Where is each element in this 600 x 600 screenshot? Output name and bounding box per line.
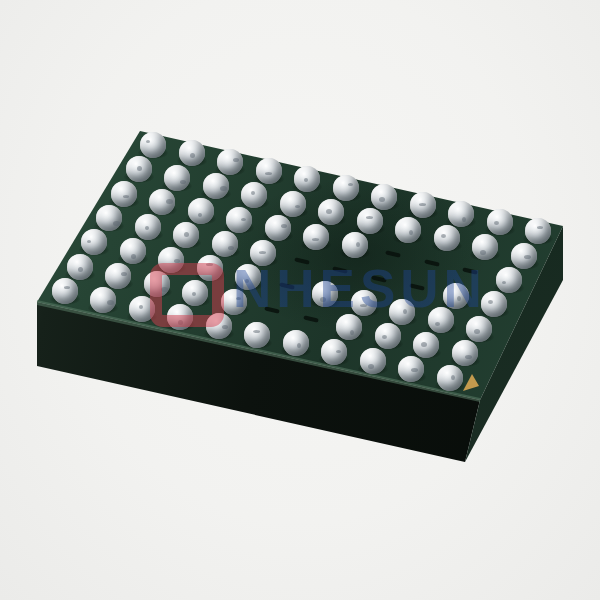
ball-texture-speck — [379, 197, 385, 202]
solder-ball — [221, 289, 247, 315]
solder-ball — [351, 290, 377, 316]
solder-ball — [129, 296, 155, 322]
solder-ball — [511, 243, 537, 269]
ball-texture-speck — [435, 322, 440, 326]
solder-ball — [182, 280, 208, 306]
ball-texture-speck — [320, 297, 326, 302]
solder-ball — [226, 207, 252, 233]
solder-ball — [333, 175, 359, 201]
ball-texture-speck — [139, 305, 143, 309]
ball-texture-speck — [360, 304, 367, 307]
solder-ball — [389, 299, 415, 325]
solder-ball — [375, 323, 401, 349]
ball-texture-speck — [222, 325, 228, 329]
solder-ball — [144, 271, 170, 297]
ball-texture-speck — [206, 263, 213, 266]
ball-texture-speck — [403, 309, 407, 314]
ball-texture-speck — [245, 279, 249, 283]
ball-texture-speck — [198, 213, 202, 217]
solder-ball — [428, 307, 454, 333]
photo-background: NHESUN — [0, 0, 600, 600]
ball-texture-speck — [253, 330, 260, 333]
solder-ball — [437, 365, 463, 391]
ball-texture-speck — [465, 355, 472, 359]
ball-texture-speck — [233, 158, 239, 162]
ball-texture-speck — [113, 221, 120, 226]
ball-texture-speck — [451, 375, 455, 380]
ball-texture-speck — [131, 254, 136, 259]
solder-ball — [164, 165, 190, 191]
solder-ball — [413, 332, 439, 358]
ball-texture-speck — [174, 259, 180, 263]
solder-ball — [212, 231, 238, 257]
solder-ball — [357, 208, 383, 234]
ball-texture-speck — [251, 191, 255, 195]
ball-texture-speck — [366, 216, 373, 219]
ball-texture-speck — [161, 287, 168, 292]
ball-texture-speck — [78, 267, 83, 272]
solder-ball — [179, 140, 205, 166]
solder-ball — [395, 217, 421, 243]
ball-texture-speck — [537, 226, 543, 229]
solder-ball — [250, 240, 276, 266]
solder-ball — [135, 214, 161, 240]
solder-ball — [188, 198, 214, 224]
solder-ball — [265, 215, 291, 241]
solder-ball — [360, 348, 386, 374]
ball-texture-speck — [480, 250, 486, 255]
solder-ball — [241, 182, 267, 208]
ball-texture-speck — [474, 329, 480, 334]
solder-ball — [67, 254, 93, 280]
ball-texture-speck — [524, 255, 531, 259]
solder-ball — [371, 184, 397, 210]
solder-ball — [140, 132, 166, 158]
solder-ball — [303, 224, 329, 250]
solder-ball — [126, 156, 152, 182]
ball-texture-speck — [190, 153, 195, 158]
ball-texture-speck — [123, 195, 129, 198]
solder-ball — [203, 173, 229, 199]
solder-ball — [434, 225, 460, 251]
ball-texture-speck — [107, 300, 114, 305]
ball-texture-speck — [336, 350, 341, 353]
ball-texture-speck — [241, 218, 246, 221]
ball-texture-speck — [228, 246, 234, 250]
ball-texture-speck — [178, 320, 183, 325]
ball-texture-speck — [348, 183, 353, 186]
solder-ball — [280, 191, 306, 217]
ball-texture-speck — [411, 368, 418, 372]
ball-texture-speck — [419, 203, 426, 206]
ball-texture-speck — [441, 234, 446, 238]
ball-texture-speck — [265, 172, 272, 175]
ball-texture-speck — [121, 272, 127, 276]
ball-texture-speck — [297, 343, 301, 348]
ball-texture-speck — [166, 199, 173, 204]
ball-texture-speck — [502, 281, 506, 284]
ball-texture-speck — [145, 226, 149, 230]
ball-texture-speck — [457, 296, 461, 301]
ball-texture-speck — [462, 217, 466, 222]
ball-texture-speck — [64, 286, 70, 289]
solder-ball — [244, 322, 270, 348]
ball-texture-speck — [494, 221, 499, 225]
ball-texture-speck — [326, 209, 332, 214]
solder-ball — [120, 238, 146, 264]
ball-texture-speck — [350, 330, 354, 335]
ball-texture-speck — [220, 186, 227, 191]
ball-texture-speck — [295, 205, 300, 208]
ball-texture-speck — [368, 364, 374, 369]
solder-ball — [105, 263, 131, 289]
ball-texture-speck — [259, 251, 266, 254]
solder-ball — [472, 234, 498, 260]
ball-texture-speck — [146, 140, 150, 143]
ball-texture-speck — [356, 242, 360, 247]
ball-texture-speck — [312, 238, 319, 241]
ball-texture-speck — [236, 297, 241, 300]
ball-texture-speck — [382, 335, 387, 339]
ball-texture-speck — [87, 240, 91, 243]
ball-texture-speck — [137, 166, 142, 171]
ball-texture-speck — [281, 224, 287, 228]
ball-texture-speck — [192, 292, 196, 296]
solder-ball — [410, 192, 436, 218]
ball-texture-speck — [304, 178, 308, 182]
ball-texture-speck — [421, 342, 427, 347]
ball-texture-speck — [184, 232, 189, 237]
solder-ball — [206, 313, 232, 339]
ball-texture-speck — [488, 300, 493, 304]
solder-ball — [496, 267, 522, 293]
solder-ball — [452, 340, 478, 366]
solder-ball — [256, 158, 282, 184]
solder-ball — [111, 181, 137, 207]
ball-texture-speck — [180, 180, 186, 184]
ball-texture-speck — [409, 230, 413, 235]
solder-ball — [448, 201, 474, 227]
solder-ball — [443, 283, 469, 309]
